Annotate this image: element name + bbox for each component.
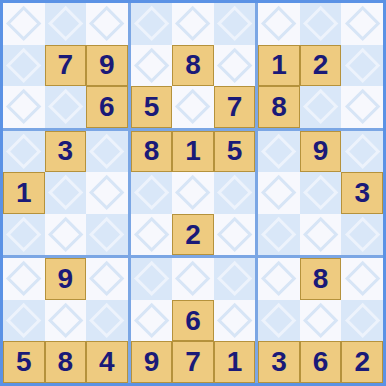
diamond-icon bbox=[217, 261, 253, 297]
cell-r9c4: 9 bbox=[131, 341, 173, 383]
cell-r9c3: 4 bbox=[86, 341, 128, 383]
cell-r3c6: 7 bbox=[214, 86, 256, 128]
cell-value: 1 bbox=[227, 348, 243, 376]
cell-value: 8 bbox=[144, 137, 160, 165]
diamond-icon bbox=[261, 6, 297, 42]
cell-r4c8: 9 bbox=[300, 131, 342, 173]
cell-r6c3[interactable] bbox=[86, 214, 128, 256]
cell-value: 2 bbox=[313, 51, 329, 79]
cell-r1c3[interactable] bbox=[86, 3, 128, 45]
cell-r3c5[interactable] bbox=[172, 86, 214, 128]
cell-r3c2[interactable] bbox=[45, 86, 87, 128]
cell-r4c2: 3 bbox=[45, 131, 87, 173]
diamond-icon bbox=[47, 89, 83, 125]
diamond-icon bbox=[217, 6, 253, 42]
cell-r5c8[interactable] bbox=[300, 172, 342, 214]
cell-r9c8: 6 bbox=[300, 341, 342, 383]
cell-r9c5: 7 bbox=[172, 341, 214, 383]
box-r1c3: 128 bbox=[258, 3, 383, 128]
cell-r2c5: 8 bbox=[172, 45, 214, 87]
cell-r6c6[interactable] bbox=[214, 214, 256, 256]
cell-r2c7: 1 bbox=[258, 45, 300, 87]
cell-r2c1[interactable] bbox=[3, 45, 45, 87]
cell-r9c7: 3 bbox=[258, 341, 300, 383]
diamond-icon bbox=[133, 175, 169, 211]
cell-r3c4: 5 bbox=[131, 86, 173, 128]
cell-value: 7 bbox=[227, 93, 243, 121]
diamond-icon bbox=[261, 261, 297, 297]
cell-r1c8[interactable] bbox=[300, 3, 342, 45]
cell-r7c3[interactable] bbox=[86, 258, 128, 300]
diamond-icon bbox=[175, 175, 211, 211]
cell-r3c1[interactable] bbox=[3, 86, 45, 128]
diamond-icon bbox=[89, 134, 125, 170]
cell-r6c7[interactable] bbox=[258, 214, 300, 256]
cell-r4c5: 1 bbox=[172, 131, 214, 173]
cell-r8c9[interactable] bbox=[341, 300, 383, 342]
diamond-icon bbox=[261, 175, 297, 211]
cell-r1c2[interactable] bbox=[45, 3, 87, 45]
cell-r8c5: 6 bbox=[172, 300, 214, 342]
cell-r9c2: 8 bbox=[45, 341, 87, 383]
cell-value: 4 bbox=[99, 348, 115, 376]
diamond-icon bbox=[47, 217, 83, 253]
cell-r3c3: 6 bbox=[86, 86, 128, 128]
diamond-icon bbox=[344, 217, 380, 253]
cell-r4c9[interactable] bbox=[341, 131, 383, 173]
diamond-icon bbox=[134, 261, 170, 297]
diamond-icon bbox=[344, 261, 380, 297]
cell-r3c9[interactable] bbox=[341, 86, 383, 128]
cell-r8c2[interactable] bbox=[45, 300, 87, 342]
cell-value: 5 bbox=[16, 348, 32, 376]
cell-r9c1: 5 bbox=[3, 341, 45, 383]
diamond-icon bbox=[134, 47, 170, 83]
cell-value: 1 bbox=[271, 51, 287, 79]
diamond-icon bbox=[6, 303, 42, 339]
cell-r4c3[interactable] bbox=[86, 131, 128, 173]
diamond-icon bbox=[344, 134, 380, 170]
diamond-icon bbox=[261, 134, 297, 170]
cell-r6c2[interactable] bbox=[45, 214, 87, 256]
box-r1c1: 796 bbox=[3, 3, 128, 128]
cell-r5c4[interactable] bbox=[131, 172, 173, 214]
cell-value: 6 bbox=[313, 348, 329, 376]
diamond-icon bbox=[303, 175, 339, 211]
cell-value: 8 bbox=[271, 93, 287, 121]
diamond-icon bbox=[217, 47, 253, 83]
cell-r2c8: 2 bbox=[300, 45, 342, 87]
cell-r5c3[interactable] bbox=[86, 172, 128, 214]
cell-r4c1[interactable] bbox=[3, 131, 45, 173]
cell-r7c4[interactable] bbox=[131, 258, 173, 300]
diamond-icon bbox=[303, 89, 339, 125]
cell-r5c9: 3 bbox=[341, 172, 383, 214]
cell-r8c4[interactable] bbox=[131, 300, 173, 342]
diamond-icon bbox=[133, 217, 169, 253]
cell-r8c3[interactable] bbox=[86, 300, 128, 342]
diamond-icon bbox=[47, 175, 83, 211]
cell-r9c6: 1 bbox=[214, 341, 256, 383]
cell-r3c7: 8 bbox=[258, 86, 300, 128]
diamond-icon bbox=[6, 217, 42, 253]
diamond-icon bbox=[6, 47, 42, 83]
cell-r1c4[interactable] bbox=[131, 3, 173, 45]
diamond-icon bbox=[344, 89, 380, 125]
cell-r7c8: 8 bbox=[300, 258, 342, 300]
cell-r2c9[interactable] bbox=[341, 45, 383, 87]
cell-r2c3: 9 bbox=[86, 45, 128, 87]
cell-r6c5: 2 bbox=[172, 214, 214, 256]
cell-r3c8[interactable] bbox=[300, 86, 342, 128]
diamond-icon bbox=[175, 261, 211, 297]
cell-r5c2[interactable] bbox=[45, 172, 87, 214]
diamond-icon bbox=[303, 6, 339, 42]
diamond-icon bbox=[261, 217, 297, 253]
diamond-icon bbox=[89, 303, 125, 339]
cell-value: 8 bbox=[185, 51, 201, 79]
cell-r5c5[interactable] bbox=[172, 172, 214, 214]
cell-value: 7 bbox=[58, 51, 74, 79]
diamond-icon bbox=[175, 89, 211, 125]
cell-value: 1 bbox=[16, 179, 32, 207]
cell-value: 7 bbox=[185, 348, 201, 376]
diamond-icon bbox=[47, 303, 83, 339]
diamond-icon bbox=[6, 89, 42, 125]
cell-value: 5 bbox=[227, 137, 243, 165]
diamond-icon bbox=[217, 303, 253, 339]
cell-value: 9 bbox=[99, 51, 115, 79]
cell-r4c6: 5 bbox=[214, 131, 256, 173]
cell-value: 2 bbox=[185, 221, 201, 249]
cell-value: 9 bbox=[58, 265, 74, 293]
cell-value: 1 bbox=[185, 137, 201, 165]
cell-r7c9[interactable] bbox=[341, 258, 383, 300]
box-r1c2: 857 bbox=[131, 3, 256, 128]
cell-value: 2 bbox=[354, 348, 370, 376]
cell-r5c6[interactable] bbox=[214, 172, 256, 214]
cell-r7c1[interactable] bbox=[3, 258, 45, 300]
cell-value: 6 bbox=[185, 307, 201, 335]
cell-value: 3 bbox=[58, 137, 74, 165]
cell-r6c4[interactable] bbox=[131, 214, 173, 256]
diamond-icon bbox=[89, 6, 125, 42]
cell-r4c4: 8 bbox=[131, 131, 173, 173]
box-r3c2: 6971 bbox=[131, 258, 256, 383]
cell-value: 5 bbox=[144, 93, 160, 121]
cell-r6c1[interactable] bbox=[3, 214, 45, 256]
cell-r1c5[interactable] bbox=[172, 3, 214, 45]
box-r3c3: 8362 bbox=[258, 258, 383, 383]
cell-r4c7[interactable] bbox=[258, 131, 300, 173]
cell-value: 3 bbox=[271, 348, 287, 376]
box-r2c3: 93 bbox=[258, 131, 383, 256]
diamond-icon bbox=[175, 6, 211, 42]
cell-r7c7[interactable] bbox=[258, 258, 300, 300]
cell-r8c1[interactable] bbox=[3, 300, 45, 342]
cell-value: 8 bbox=[313, 265, 329, 293]
box-r2c2: 8152 bbox=[131, 131, 256, 256]
diamond-icon bbox=[303, 303, 339, 339]
cell-value: 9 bbox=[144, 348, 160, 376]
box-r3c1: 9584 bbox=[3, 258, 128, 383]
cell-r5c1: 1 bbox=[3, 172, 45, 214]
cell-value: 9 bbox=[313, 137, 329, 165]
cell-value: 8 bbox=[58, 348, 74, 376]
diamond-icon bbox=[89, 261, 125, 297]
cell-r1c9[interactable] bbox=[341, 3, 383, 45]
cell-r8c8[interactable] bbox=[300, 300, 342, 342]
cell-r2c6[interactable] bbox=[214, 45, 256, 87]
cell-r9c9: 2 bbox=[341, 341, 383, 383]
cell-r8c7[interactable] bbox=[258, 300, 300, 342]
cell-r5c7[interactable] bbox=[258, 172, 300, 214]
diamond-icon bbox=[303, 217, 339, 253]
cell-r7c2: 9 bbox=[45, 258, 87, 300]
diamond-icon bbox=[217, 217, 253, 253]
cell-r1c6[interactable] bbox=[214, 3, 256, 45]
diamond-icon bbox=[6, 261, 42, 297]
diamond-icon bbox=[261, 303, 297, 339]
cell-value: 3 bbox=[354, 179, 370, 207]
cell-r6c9[interactable] bbox=[341, 214, 383, 256]
diamond-icon bbox=[344, 47, 380, 83]
diamond-icon bbox=[6, 134, 42, 170]
diamond-icon bbox=[217, 175, 253, 211]
box-r2c1: 31 bbox=[3, 131, 128, 256]
diamond-icon bbox=[47, 6, 83, 42]
diamond-icon bbox=[344, 303, 380, 339]
cell-r2c2: 7 bbox=[45, 45, 87, 87]
cell-value: 6 bbox=[99, 93, 115, 121]
diamond-icon bbox=[89, 217, 125, 253]
cell-r7c5[interactable] bbox=[172, 258, 214, 300]
diamond-icon bbox=[89, 175, 125, 211]
cell-r7c6[interactable] bbox=[214, 258, 256, 300]
sudoku-board: 79685712831815293958469718362 bbox=[0, 0, 386, 386]
diamond-icon bbox=[344, 6, 380, 42]
cell-r8c6[interactable] bbox=[214, 300, 256, 342]
cell-r2c4[interactable] bbox=[131, 45, 173, 87]
cell-r6c8[interactable] bbox=[300, 214, 342, 256]
diamond-icon bbox=[134, 303, 170, 339]
cell-r1c7[interactable] bbox=[258, 3, 300, 45]
diamond-icon bbox=[6, 6, 42, 42]
diamond-icon bbox=[134, 6, 170, 42]
cell-r1c1[interactable] bbox=[3, 3, 45, 45]
